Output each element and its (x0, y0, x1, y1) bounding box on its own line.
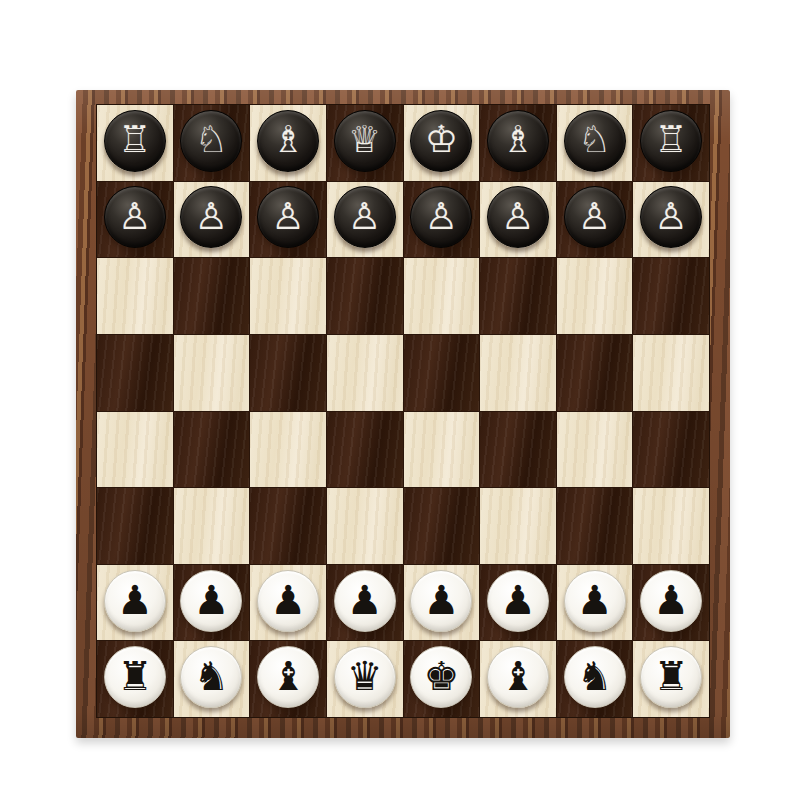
white-bishop-icon: ♝ (270, 656, 306, 696)
square-d8[interactable]: ♕ (327, 105, 403, 181)
piece-black-pawn-f7[interactable]: ♙ (487, 186, 549, 248)
square-f8[interactable]: ♗ (480, 105, 556, 181)
square-f2[interactable]: ♟ (480, 565, 556, 641)
piece-white-king-e1[interactable]: ♚ (410, 646, 472, 708)
piece-black-rook-h8[interactable]: ♖ (640, 110, 702, 172)
black-knight-icon: ♘ (578, 121, 611, 158)
square-e7[interactable]: ♙ (404, 182, 480, 258)
white-bishop-icon: ♝ (500, 656, 536, 696)
white-pawn-icon: ♟ (423, 580, 459, 620)
white-pawn-icon: ♟ (117, 580, 153, 620)
square-c6[interactable] (250, 258, 326, 334)
square-b2[interactable]: ♟ (174, 565, 250, 641)
square-e4[interactable] (404, 412, 480, 488)
piece-white-knight-g1[interactable]: ♞ (564, 646, 626, 708)
black-king-icon: ♔ (425, 121, 458, 158)
square-c8[interactable]: ♗ (250, 105, 326, 181)
piece-white-rook-a1[interactable]: ♜ (104, 646, 166, 708)
white-pawn-icon: ♟ (500, 580, 536, 620)
piece-white-knight-b1[interactable]: ♞ (180, 646, 242, 708)
square-a1[interactable]: ♜ (97, 641, 173, 717)
square-d6[interactable] (327, 258, 403, 334)
black-rook-icon: ♖ (655, 121, 688, 158)
square-f4[interactable] (480, 412, 556, 488)
piece-black-rook-a8[interactable]: ♖ (104, 110, 166, 172)
white-rook-icon: ♜ (653, 656, 689, 696)
white-pawn-icon: ♟ (270, 580, 306, 620)
piece-white-pawn-f2[interactable]: ♟ (487, 570, 549, 632)
square-a7[interactable]: ♙ (97, 182, 173, 258)
square-a4[interactable] (97, 412, 173, 488)
square-c2[interactable]: ♟ (250, 565, 326, 641)
square-d3[interactable] (327, 488, 403, 564)
black-pawn-icon: ♙ (195, 198, 228, 235)
square-d1[interactable]: ♛ (327, 641, 403, 717)
white-rook-icon: ♜ (117, 656, 153, 696)
square-d7[interactable]: ♙ (327, 182, 403, 258)
square-c5[interactable] (250, 335, 326, 411)
square-b3[interactable] (174, 488, 250, 564)
chess-board-grid: ♖♘♗♕♔♗♘♖♙♙♙♙♙♙♙♙♟♟♟♟♟♟♟♟♜♞♝♛♚♝♞♜ (96, 104, 710, 718)
piece-white-bishop-c1[interactable]: ♝ (257, 646, 319, 708)
piece-black-king-e8[interactable]: ♔ (410, 110, 472, 172)
piece-white-pawn-e2[interactable]: ♟ (410, 570, 472, 632)
square-h1[interactable]: ♜ (633, 641, 709, 717)
square-a2[interactable]: ♟ (97, 565, 173, 641)
black-rook-icon: ♖ (118, 121, 151, 158)
square-f7[interactable]: ♙ (480, 182, 556, 258)
piece-white-pawn-a2[interactable]: ♟ (104, 570, 166, 632)
square-e5[interactable] (404, 335, 480, 411)
white-pawn-icon: ♟ (194, 580, 230, 620)
square-h6[interactable] (633, 258, 709, 334)
square-h2[interactable]: ♟ (633, 565, 709, 641)
black-pawn-icon: ♙ (118, 198, 151, 235)
product-photo: ♖♘♗♕♔♗♘♖♙♙♙♙♙♙♙♙♟♟♟♟♟♟♟♟♜♞♝♛♚♝♞♜ (0, 0, 800, 800)
square-g2[interactable]: ♟ (557, 565, 633, 641)
black-pawn-icon: ♙ (348, 198, 381, 235)
white-queen-icon: ♛ (347, 656, 383, 696)
square-e2[interactable]: ♟ (404, 565, 480, 641)
square-g1[interactable]: ♞ (557, 641, 633, 717)
white-king-icon: ♚ (423, 656, 459, 696)
piece-black-pawn-d7[interactable]: ♙ (334, 186, 396, 248)
square-a8[interactable]: ♖ (97, 105, 173, 181)
black-pawn-icon: ♙ (578, 198, 611, 235)
black-bishop-icon: ♗ (271, 121, 304, 158)
square-b6[interactable] (174, 258, 250, 334)
piece-black-pawn-g7[interactable]: ♙ (564, 186, 626, 248)
square-g4[interactable] (557, 412, 633, 488)
square-g8[interactable]: ♘ (557, 105, 633, 181)
white-knight-icon: ♞ (194, 656, 230, 696)
square-b8[interactable]: ♘ (174, 105, 250, 181)
square-e3[interactable] (404, 488, 480, 564)
black-queen-icon: ♕ (348, 121, 381, 158)
square-a5[interactable] (97, 335, 173, 411)
piece-black-bishop-c8[interactable]: ♗ (257, 110, 319, 172)
square-h8[interactable]: ♖ (633, 105, 709, 181)
square-h3[interactable] (633, 488, 709, 564)
square-g7[interactable]: ♙ (557, 182, 633, 258)
square-e1[interactable]: ♚ (404, 641, 480, 717)
square-a6[interactable] (97, 258, 173, 334)
piece-black-knight-g8[interactable]: ♘ (564, 110, 626, 172)
black-pawn-icon: ♙ (271, 198, 304, 235)
piece-black-pawn-e7[interactable]: ♙ (410, 186, 472, 248)
white-pawn-icon: ♟ (347, 580, 383, 620)
black-pawn-icon: ♙ (425, 198, 458, 235)
square-h7[interactable]: ♙ (633, 182, 709, 258)
piece-white-pawn-g2[interactable]: ♟ (564, 570, 626, 632)
square-d5[interactable] (327, 335, 403, 411)
piece-black-pawn-b7[interactable]: ♙ (180, 186, 242, 248)
square-e6[interactable] (404, 258, 480, 334)
square-g3[interactable] (557, 488, 633, 564)
piece-white-queen-d1[interactable]: ♛ (334, 646, 396, 708)
piece-white-pawn-h2[interactable]: ♟ (640, 570, 702, 632)
piece-white-pawn-b2[interactable]: ♟ (180, 570, 242, 632)
square-f1[interactable]: ♝ (480, 641, 556, 717)
white-pawn-icon: ♟ (577, 580, 613, 620)
black-pawn-icon: ♙ (501, 198, 534, 235)
piece-black-pawn-c7[interactable]: ♙ (257, 186, 319, 248)
square-f6[interactable] (480, 258, 556, 334)
square-d4[interactable] (327, 412, 403, 488)
black-bishop-icon: ♗ (501, 121, 534, 158)
square-a3[interactable] (97, 488, 173, 564)
square-h5[interactable] (633, 335, 709, 411)
square-c1[interactable]: ♝ (250, 641, 326, 717)
square-b1[interactable]: ♞ (174, 641, 250, 717)
square-g5[interactable] (557, 335, 633, 411)
square-e8[interactable]: ♔ (404, 105, 480, 181)
square-h4[interactable] (633, 412, 709, 488)
piece-white-pawn-c2[interactable]: ♟ (257, 570, 319, 632)
square-c4[interactable] (250, 412, 326, 488)
square-c7[interactable]: ♙ (250, 182, 326, 258)
black-knight-icon: ♘ (195, 121, 228, 158)
black-pawn-icon: ♙ (655, 198, 688, 235)
piece-white-rook-h1[interactable]: ♜ (640, 646, 702, 708)
white-pawn-icon: ♟ (653, 580, 689, 620)
piece-white-bishop-f1[interactable]: ♝ (487, 646, 549, 708)
piece-black-knight-b8[interactable]: ♘ (180, 110, 242, 172)
square-b7[interactable]: ♙ (174, 182, 250, 258)
square-b4[interactable] (174, 412, 250, 488)
square-c3[interactable] (250, 488, 326, 564)
square-f5[interactable] (480, 335, 556, 411)
square-g6[interactable] (557, 258, 633, 334)
piece-black-queen-d8[interactable]: ♕ (334, 110, 396, 172)
piece-black-pawn-h7[interactable]: ♙ (640, 186, 702, 248)
piece-white-pawn-d2[interactable]: ♟ (334, 570, 396, 632)
piece-black-pawn-a7[interactable]: ♙ (104, 186, 166, 248)
square-b5[interactable] (174, 335, 250, 411)
white-knight-icon: ♞ (577, 656, 613, 696)
piece-black-bishop-f8[interactable]: ♗ (487, 110, 549, 172)
square-d2[interactable]: ♟ (327, 565, 403, 641)
chess-board: ♖♘♗♕♔♗♘♖♙♙♙♙♙♙♙♙♟♟♟♟♟♟♟♟♜♞♝♛♚♝♞♜ (76, 90, 730, 738)
square-f3[interactable] (480, 488, 556, 564)
